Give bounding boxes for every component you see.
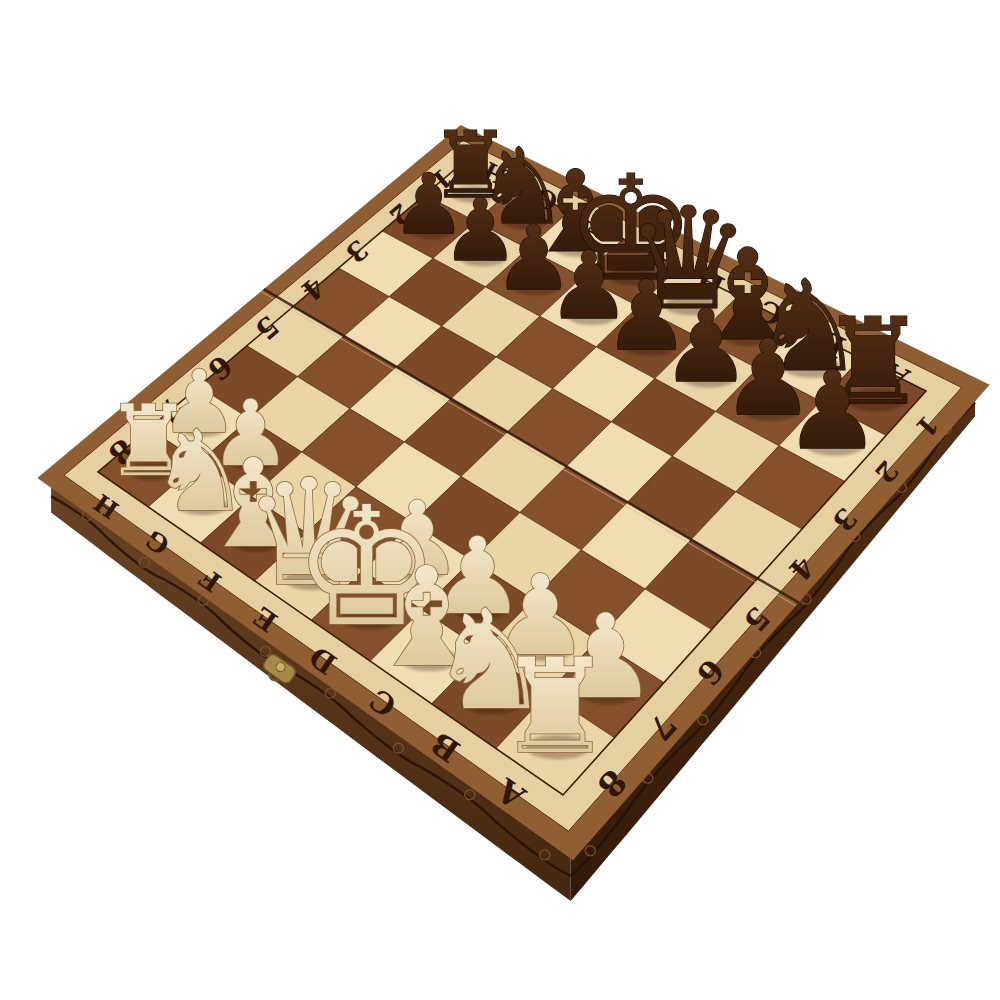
chess-set-photo: Overhead angled product photo of a woode… <box>0 0 1000 1000</box>
piece-white-rook-a8[interactable]: ♜ <box>496 630 613 783</box>
piece-dark-pawn-a2[interactable]: ♟ <box>784 348 881 473</box>
chess-board: HH11GG22FF33EE44DD55CC66BB77AA88♜♞♟♝♟♚♟♛… <box>0 0 1000 1000</box>
